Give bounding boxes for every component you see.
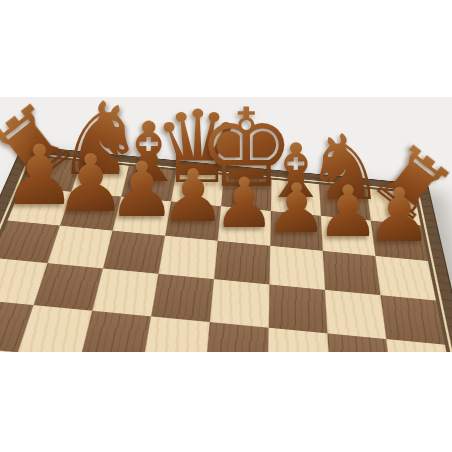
square-d5[interactable] xyxy=(151,274,214,322)
square-e6[interactable] xyxy=(214,241,270,285)
square-h6[interactable] xyxy=(375,256,436,301)
top-whitespace xyxy=(0,0,452,97)
square-c5[interactable] xyxy=(92,268,158,316)
piece-pawn-h7[interactable]: ♟ xyxy=(366,179,433,253)
square-b6[interactable] xyxy=(48,226,113,269)
bottom-whitespace xyxy=(0,352,452,452)
square-e5[interactable] xyxy=(210,279,270,328)
square-b5[interactable] xyxy=(34,263,103,311)
square-d4[interactable] xyxy=(143,316,210,352)
square-c4[interactable] xyxy=(80,311,151,352)
square-c6[interactable] xyxy=(103,231,165,274)
square-f5[interactable] xyxy=(269,284,328,333)
square-e4[interactable] xyxy=(205,322,268,352)
square-h5[interactable] xyxy=(381,295,445,345)
square-d6[interactable] xyxy=(159,236,218,279)
page: ♜♞♝♛♚♝♞♜♟♟♟♟♟♟♟♟ xyxy=(0,0,452,452)
board-photo: ♜♞♝♛♚♝♞♜♟♟♟♟♟♟♟♟ xyxy=(0,97,452,352)
square-g5[interactable] xyxy=(325,290,386,339)
